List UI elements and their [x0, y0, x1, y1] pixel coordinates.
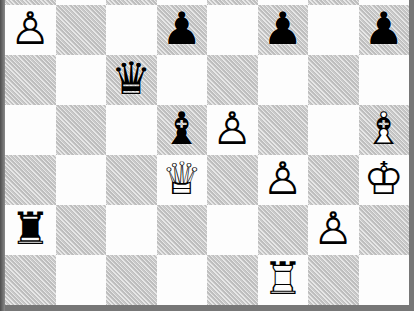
- square-a2[interactable]: ♜: [5, 205, 56, 255]
- square-c6[interactable]: [106, 5, 157, 55]
- white-pawn-g2[interactable]: ♟♙: [308, 205, 359, 255]
- white-rook-f1[interactable]: ♜♖: [258, 255, 309, 305]
- square-e2[interactable]: [207, 205, 258, 255]
- board-squares: ♟♙♟♟♟♛♝♟♙♝♗♛♕♟♙♚♔♜♟♙♜♖: [5, 5, 409, 305]
- square-a3[interactable]: [5, 155, 56, 205]
- square-g3[interactable]: [308, 155, 359, 205]
- square-f2[interactable]: [258, 205, 309, 255]
- black-bishop-d4[interactable]: ♝: [157, 105, 208, 155]
- white-rook-icon: ♖: [263, 256, 303, 301]
- black-rook-a2[interactable]: ♜: [5, 205, 56, 255]
- square-a6[interactable]: ♟♙: [5, 5, 56, 55]
- square-e6[interactable]: [207, 5, 258, 55]
- square-c3[interactable]: [106, 155, 157, 205]
- white-pawn-e4[interactable]: ♟♙: [207, 105, 258, 155]
- square-e1[interactable]: [207, 255, 258, 305]
- white-pawn-icon: ♙: [313, 206, 353, 251]
- square-h6[interactable]: ♟: [359, 5, 410, 55]
- square-e3[interactable]: [207, 155, 258, 205]
- square-c1[interactable]: [106, 255, 157, 305]
- square-h2[interactable]: [359, 205, 410, 255]
- white-pawn-f3[interactable]: ♟♙: [258, 155, 309, 205]
- white-pawn-icon: ♙: [10, 6, 50, 51]
- square-f4[interactable]: [258, 105, 309, 155]
- black-bishop-icon: ♝: [162, 106, 202, 151]
- white-king-h3[interactable]: ♚♔: [359, 155, 410, 205]
- square-a1[interactable]: [5, 255, 56, 305]
- square-f3[interactable]: ♟♙: [258, 155, 309, 205]
- square-b3[interactable]: [56, 155, 107, 205]
- square-f1[interactable]: ♜♖: [258, 255, 309, 305]
- square-d2[interactable]: [157, 205, 208, 255]
- square-d1[interactable]: [157, 255, 208, 305]
- black-rook-icon: ♜: [10, 206, 50, 251]
- square-f5[interactable]: [258, 55, 309, 105]
- square-b5[interactable]: [56, 55, 107, 105]
- white-bishop-icon: ♗: [364, 106, 404, 151]
- chessboard: ♟♙♟♟♟♛♝♟♙♝♗♛♕♟♙♚♔♜♟♙♜♖: [5, 0, 409, 305]
- black-queen-icon: ♛: [111, 56, 151, 101]
- white-queen-icon: ♕: [162, 156, 202, 201]
- square-a5[interactable]: [5, 55, 56, 105]
- square-g1[interactable]: [308, 255, 359, 305]
- square-b1[interactable]: [56, 255, 107, 305]
- square-d4[interactable]: ♝: [157, 105, 208, 155]
- square-g6[interactable]: [308, 5, 359, 55]
- square-g5[interactable]: [308, 55, 359, 105]
- square-c4[interactable]: [106, 105, 157, 155]
- square-c5[interactable]: ♛: [106, 55, 157, 105]
- square-h1[interactable]: [359, 255, 410, 305]
- black-pawn-d6[interactable]: ♟: [157, 5, 208, 55]
- white-pawn-icon: ♙: [263, 156, 303, 201]
- white-pawn-icon: ♙: [212, 106, 252, 151]
- white-pawn-a6[interactable]: ♟♙: [5, 5, 56, 55]
- square-h3[interactable]: ♚♔: [359, 155, 410, 205]
- square-g2[interactable]: ♟♙: [308, 205, 359, 255]
- square-a4[interactable]: [5, 105, 56, 155]
- white-king-icon: ♔: [364, 156, 404, 201]
- black-pawn-icon: ♟: [162, 6, 202, 51]
- square-g4[interactable]: [308, 105, 359, 155]
- white-bishop-h4[interactable]: ♝♗: [359, 105, 410, 155]
- square-h5[interactable]: [359, 55, 410, 105]
- square-d3[interactable]: ♛♕: [157, 155, 208, 205]
- black-pawn-h6[interactable]: ♟: [359, 5, 410, 55]
- black-pawn-f6[interactable]: ♟: [258, 5, 309, 55]
- square-c2[interactable]: [106, 205, 157, 255]
- black-pawn-icon: ♟: [364, 6, 404, 51]
- square-b4[interactable]: [56, 105, 107, 155]
- square-h4[interactable]: ♝♗: [359, 105, 410, 155]
- square-d6[interactable]: ♟: [157, 5, 208, 55]
- black-queen-c5[interactable]: ♛: [106, 55, 157, 105]
- square-e4[interactable]: ♟♙: [207, 105, 258, 155]
- square-e5[interactable]: [207, 55, 258, 105]
- black-pawn-icon: ♟: [263, 6, 303, 51]
- square-f6[interactable]: ♟: [258, 5, 309, 55]
- white-queen-d3[interactable]: ♛♕: [157, 155, 208, 205]
- square-b6[interactable]: [56, 5, 107, 55]
- square-b2[interactable]: [56, 205, 107, 255]
- chess-diagram: ♟♙♟♟♟♛♝♟♙♝♗♛♕♟♙♚♔♜♟♙♜♖: [0, 0, 414, 311]
- square-d5[interactable]: [157, 55, 208, 105]
